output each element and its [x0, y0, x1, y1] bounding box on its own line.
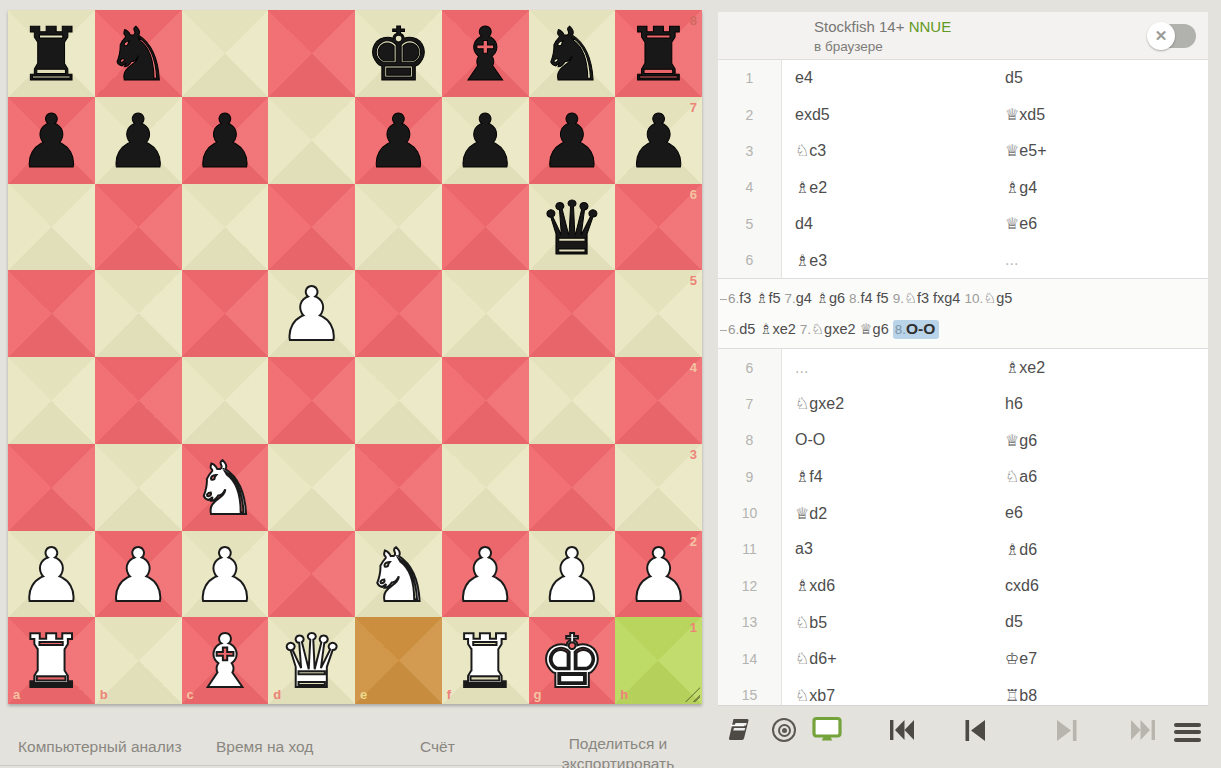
- square-b2[interactable]: ♟: [95, 531, 182, 618]
- move-number: 5: [718, 206, 782, 242]
- square-f3[interactable]: [442, 444, 529, 531]
- move-row: 10♕d2e6: [718, 495, 1208, 531]
- move-number: 2: [718, 96, 782, 132]
- square-c2[interactable]: ♟: [182, 531, 269, 618]
- engine-name-text: Stockfish 14+: [814, 18, 904, 35]
- square-h2[interactable]: 2♟: [615, 531, 702, 618]
- black-move[interactable]: ♔e7: [1000, 649, 1208, 668]
- square-c5[interactable]: [182, 270, 269, 357]
- white-move[interactable]: ♗e3: [782, 251, 1000, 270]
- coord-rank-2: 2: [690, 534, 697, 549]
- square-f6[interactable]: [442, 184, 529, 271]
- white-move[interactable]: ♘xb7: [782, 686, 1000, 705]
- black-move[interactable]: ...: [1000, 251, 1208, 269]
- black-pawn-b7[interactable]: ♟: [95, 97, 182, 184]
- coord-file-b: b: [100, 687, 108, 702]
- square-h1[interactable]: 1h: [615, 617, 702, 704]
- white-pawn-f2[interactable]: ♟: [442, 531, 529, 618]
- square-a4[interactable]: [8, 357, 95, 444]
- square-a5[interactable]: [8, 270, 95, 357]
- white-pawn-c2[interactable]: ♟: [182, 531, 269, 618]
- engine-toggle-knob-close-icon[interactable]: ✕: [1147, 22, 1175, 50]
- square-f2[interactable]: ♟: [442, 531, 529, 618]
- tab-time-per-move[interactable]: Время на ход: [216, 738, 313, 756]
- square-g1[interactable]: g♚: [529, 617, 616, 704]
- square-d7[interactable]: [268, 97, 355, 184]
- tab-share-export[interactable]: Поделиться и экспортировать: [560, 734, 676, 768]
- white-move[interactable]: e4: [782, 69, 1000, 87]
- engine-header: Stockfish 14+ NNUE в браузере ✕: [718, 12, 1208, 60]
- square-g7[interactable]: ♟: [529, 97, 616, 184]
- white-move[interactable]: ♘c3: [782, 141, 1000, 160]
- coord-file-g: g: [534, 687, 542, 702]
- chess-board[interactable]: ♜♞♚♝♞8♜♟♟♟♟♟♟7♟♛6♟54♞3♟♟♟♞♟♟2♟a♜bc♝d♛ef♜…: [8, 10, 702, 704]
- move-row: 9♗f4♘a6: [718, 459, 1208, 495]
- square-g5[interactable]: [529, 270, 616, 357]
- square-c1[interactable]: c♝: [182, 617, 269, 704]
- white-queen-d1[interactable]: ♛: [268, 617, 355, 704]
- square-c8[interactable]: [182, 10, 269, 97]
- black-knight-b8[interactable]: ♞: [95, 10, 182, 97]
- square-h4[interactable]: 4: [615, 357, 702, 444]
- square-g3[interactable]: [529, 444, 616, 531]
- square-f8[interactable]: ♝: [442, 10, 529, 97]
- move-row: 6♗e3...: [718, 242, 1208, 278]
- square-a2[interactable]: ♟: [8, 531, 95, 618]
- move-row: 1e4d5: [718, 60, 1208, 96]
- coord-rank-5: 5: [690, 273, 697, 288]
- move-row: 5d4♕e6: [718, 206, 1208, 242]
- black-pawn-f7[interactable]: ♟: [442, 97, 529, 184]
- coord-file-h: h: [620, 687, 628, 702]
- coord-file-e: e: [360, 687, 367, 702]
- square-e7[interactable]: ♟: [355, 97, 442, 184]
- move-list[interactable]: 1e4d52exd5♕xd53♘c3♕e5+4♗e2♗g45d4♕e66♗e3.…: [718, 60, 1208, 706]
- black-pawn-c7[interactable]: ♟: [182, 97, 269, 184]
- black-move[interactable]: h6: [1000, 395, 1208, 413]
- square-g2[interactable]: ♟: [529, 531, 616, 618]
- square-b7[interactable]: ♟: [95, 97, 182, 184]
- move-row: 14♘d6+♔e7: [718, 640, 1208, 676]
- white-move[interactable]: ♕d2: [782, 504, 1000, 523]
- current-move[interactable]: 8.O-O: [893, 320, 940, 339]
- white-move[interactable]: ♘gxe2: [782, 394, 1000, 413]
- square-h6[interactable]: 6: [615, 184, 702, 271]
- white-knight-e2[interactable]: ♞: [355, 531, 442, 618]
- black-move[interactable]: ♕e6: [1000, 214, 1208, 233]
- move-number: 7: [718, 386, 782, 422]
- coord-file-a: a: [13, 687, 20, 702]
- engine-info: Stockfish 14+ NNUE в браузере: [814, 17, 951, 57]
- go-last-icon[interactable]: [1126, 710, 1160, 750]
- coord-file-d: d: [273, 687, 281, 702]
- square-a8[interactable]: ♜: [8, 10, 95, 97]
- square-e5[interactable]: [355, 270, 442, 357]
- move-row: 8O-O♕g6: [718, 422, 1208, 458]
- square-h3[interactable]: 3: [615, 444, 702, 531]
- black-move[interactable]: d5: [1000, 69, 1208, 87]
- square-e6[interactable]: [355, 184, 442, 271]
- go-back-icon[interactable]: [958, 710, 992, 750]
- white-rook-a1[interactable]: ♜: [8, 617, 95, 704]
- square-g6[interactable]: ♛: [529, 184, 616, 271]
- black-move[interactable]: ♖b8: [1000, 686, 1208, 705]
- square-a6[interactable]: [8, 184, 95, 271]
- white-move[interactable]: ♗e2: [782, 178, 1000, 197]
- white-move[interactable]: ...: [782, 359, 1000, 377]
- square-h8[interactable]: 8♜: [615, 10, 702, 97]
- go-first-icon[interactable]: [885, 710, 919, 750]
- move-number: 1: [718, 60, 782, 96]
- menu-icon[interactable]: [1174, 710, 1208, 750]
- black-move[interactable]: ♗g4: [1000, 178, 1208, 197]
- square-f1[interactable]: f♜: [442, 617, 529, 704]
- move-number: 10: [718, 495, 782, 531]
- black-move[interactable]: d5: [1000, 613, 1208, 631]
- square-f4[interactable]: [442, 357, 529, 444]
- square-f7[interactable]: ♟: [442, 97, 529, 184]
- square-d6[interactable]: [268, 184, 355, 271]
- board-grid[interactable]: ♜♞♚♝♞8♜♟♟♟♟♟♟7♟♛6♟54♞3♟♟♟♞♟♟2♟a♜bc♝d♛ef♜…: [8, 10, 702, 704]
- white-knight-c3[interactable]: ♞: [182, 444, 269, 531]
- move-row: 6...♗xe2: [718, 349, 1208, 385]
- move-number: 4: [718, 169, 782, 205]
- square-d8[interactable]: [268, 10, 355, 97]
- white-bishop-c1[interactable]: ♝: [182, 617, 269, 704]
- coord-rank-6: 6: [690, 187, 697, 202]
- white-move[interactable]: ♘d6+: [782, 649, 1000, 668]
- tabs-underline: [0, 765, 572, 766]
- square-d4[interactable]: [268, 357, 355, 444]
- coord-rank-8: 8: [690, 13, 697, 28]
- square-b1[interactable]: b: [95, 617, 182, 704]
- move-row: 13♘b5d5: [718, 604, 1208, 640]
- black-rook-a8[interactable]: ♜: [8, 10, 95, 97]
- tab-score[interactable]: Счёт: [420, 738, 455, 756]
- white-pawn-b2[interactable]: ♟: [95, 531, 182, 618]
- square-g8[interactable]: ♞: [529, 10, 616, 97]
- black-knight-g8[interactable]: ♞: [529, 10, 616, 97]
- analysis-screen-icon[interactable]: [810, 710, 844, 750]
- square-c7[interactable]: ♟: [182, 97, 269, 184]
- square-c3[interactable]: ♞: [182, 444, 269, 531]
- black-pawn-g7[interactable]: ♟: [529, 97, 616, 184]
- variation-line[interactable]: 6.d5 ♗xe2 7.♘gxe2 ♕g6 8.O-O: [720, 314, 1204, 345]
- move-row: 11a3♗d6: [718, 531, 1208, 567]
- coord-rank-1: 1: [690, 620, 697, 635]
- square-e2[interactable]: ♞: [355, 531, 442, 618]
- variation-line[interactable]: 6.f3 ♗f5 7.g4 ♗g6 8.f4 f5 9.♘f3 fxg4 10.…: [720, 283, 1204, 314]
- black-queen-g6[interactable]: ♛: [529, 184, 616, 271]
- engine-toggle[interactable]: ✕: [1150, 24, 1196, 48]
- white-move[interactable]: ♗xd6: [782, 576, 1000, 595]
- black-pawn-e7[interactable]: ♟: [355, 97, 442, 184]
- square-b4[interactable]: [95, 357, 182, 444]
- white-rook-f1[interactable]: ♜: [442, 617, 529, 704]
- go-forward-icon[interactable]: [1050, 710, 1084, 750]
- white-move[interactable]: d4: [782, 215, 1000, 233]
- square-f5[interactable]: [442, 270, 529, 357]
- black-move[interactable]: cxd6: [1000, 577, 1208, 595]
- move-number: 14: [718, 640, 782, 676]
- engine-name: Stockfish 14+ NNUE: [814, 17, 951, 37]
- square-b8[interactable]: ♞: [95, 10, 182, 97]
- square-h7[interactable]: 7♟: [615, 97, 702, 184]
- square-c6[interactable]: [182, 184, 269, 271]
- move-number: 6: [718, 349, 782, 385]
- square-b3[interactable]: [95, 444, 182, 531]
- white-move[interactable]: ♘b5: [782, 613, 1000, 632]
- move-number: 6: [718, 242, 782, 278]
- move-number: 8: [718, 422, 782, 458]
- coord-rank-3: 3: [690, 447, 697, 462]
- black-move[interactable]: ♕xd5: [1000, 105, 1208, 124]
- black-move[interactable]: ♕g6: [1000, 431, 1208, 450]
- coord-file-f: f: [447, 687, 451, 702]
- square-e4[interactable]: [355, 357, 442, 444]
- move-number: 12: [718, 568, 782, 604]
- black-move[interactable]: ♗d6: [1000, 540, 1208, 559]
- square-h5[interactable]: 5: [615, 270, 702, 357]
- square-a3[interactable]: [8, 444, 95, 531]
- white-pawn-d5[interactable]: ♟: [268, 270, 355, 357]
- engine-nnue-badge: NNUE: [909, 18, 952, 35]
- variation-block: 6.f3 ♗f5 7.g4 ♗g6 8.f4 f5 9.♘f3 fxg4 10.…: [718, 278, 1208, 349]
- square-a7[interactable]: ♟: [8, 97, 95, 184]
- white-pawn-a2[interactable]: ♟: [8, 531, 95, 618]
- engine-subtitle: в браузере: [814, 37, 951, 57]
- square-d5[interactable]: ♟: [268, 270, 355, 357]
- move-number: 3: [718, 133, 782, 169]
- black-bishop-f8[interactable]: ♝: [442, 10, 529, 97]
- opening-book-icon[interactable]: [722, 710, 756, 750]
- square-d2[interactable]: [268, 531, 355, 618]
- square-e8[interactable]: ♚: [355, 10, 442, 97]
- practice-target-icon[interactable]: [767, 710, 801, 750]
- black-pawn-a7[interactable]: ♟: [8, 97, 95, 184]
- coord-rank-4: 4: [690, 360, 697, 375]
- move-row: 2exd5♕xd5: [718, 96, 1208, 132]
- move-number: 11: [718, 531, 782, 567]
- black-move[interactable]: ♗xe2: [1000, 358, 1208, 377]
- move-number: 15: [718, 677, 782, 706]
- move-row: 4♗e2♗g4: [718, 169, 1208, 205]
- move-number: 9: [718, 459, 782, 495]
- analysis-panel: Stockfish 14+ NNUE в браузере ✕ 1e4d52ex…: [718, 12, 1208, 706]
- coord-file-c: c: [187, 687, 194, 702]
- analysis-toolbar: [718, 710, 1208, 750]
- square-a1[interactable]: a♜: [8, 617, 95, 704]
- white-move[interactable]: exd5: [782, 106, 1000, 124]
- move-row: 3♘c3♕e5+: [718, 133, 1208, 169]
- black-move[interactable]: e6: [1000, 504, 1208, 522]
- black-move[interactable]: ♘a6: [1000, 467, 1208, 486]
- square-c4[interactable]: [182, 357, 269, 444]
- white-move[interactable]: O-O: [782, 431, 1000, 449]
- black-king-e8[interactable]: ♚: [355, 10, 442, 97]
- square-e3[interactable]: [355, 444, 442, 531]
- black-move[interactable]: ♕e5+: [1000, 141, 1208, 160]
- square-b5[interactable]: [95, 270, 182, 357]
- move-row: 15♘xb7♖b8: [718, 677, 1208, 706]
- coord-rank-7: 7: [690, 100, 697, 115]
- move-number: 13: [718, 604, 782, 640]
- white-king-g1[interactable]: ♚: [529, 617, 616, 704]
- white-move[interactable]: a3: [782, 540, 1000, 558]
- move-row: 12♗xd6cxd6: [718, 568, 1208, 604]
- white-pawn-g2[interactable]: ♟: [529, 531, 616, 618]
- square-d3[interactable]: [268, 444, 355, 531]
- square-b6[interactable]: [95, 184, 182, 271]
- tab-computer-analysis[interactable]: Компьютерный анализ: [18, 738, 182, 756]
- move-row: 7♘gxe2h6: [718, 386, 1208, 422]
- square-g4[interactable]: [529, 357, 616, 444]
- square-e1[interactable]: e: [355, 617, 442, 704]
- white-move[interactable]: ♗f4: [782, 467, 1000, 486]
- square-d1[interactable]: d♛: [268, 617, 355, 704]
